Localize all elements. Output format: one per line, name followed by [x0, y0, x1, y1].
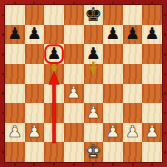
- square-a6[interactable]: [5, 44, 25, 64]
- square-e5[interactable]: [84, 64, 104, 84]
- square-h7[interactable]: ♟: [142, 25, 162, 45]
- piece-black-pawn[interactable]: ♟: [106, 26, 121, 43]
- square-g5[interactable]: [123, 64, 143, 84]
- square-d4[interactable]: ♟: [64, 84, 84, 104]
- frame-tick-bottom-3: [73, 163, 75, 166]
- square-d7[interactable]: [64, 25, 84, 45]
- frame-tick-top-3: [73, 2, 75, 5]
- square-g8[interactable]: [123, 5, 143, 25]
- square-d1[interactable]: [64, 142, 84, 162]
- square-b8[interactable]: [25, 5, 45, 25]
- piece-white-pawn[interactable]: ♟: [7, 124, 22, 141]
- frame-tick-bottom-7: [151, 163, 153, 166]
- square-e4[interactable]: [84, 84, 104, 104]
- square-b3[interactable]: [25, 103, 45, 123]
- frame-tick-bottom-6: [132, 163, 134, 166]
- frame-tick-right-2: [164, 53, 166, 56]
- square-d5[interactable]: [64, 64, 84, 84]
- square-f7[interactable]: ♟: [103, 25, 123, 45]
- square-g3[interactable]: [123, 103, 143, 123]
- square-h4[interactable]: [142, 84, 162, 104]
- square-a8[interactable]: [5, 5, 25, 25]
- square-f2[interactable]: ♟: [103, 123, 123, 143]
- square-g1[interactable]: [123, 142, 143, 162]
- square-e7[interactable]: [84, 25, 104, 45]
- square-c5[interactable]: [44, 64, 64, 84]
- frame-tick-bottom-2: [53, 163, 55, 166]
- frame-tick-top-7: [151, 2, 153, 5]
- square-h1[interactable]: [142, 142, 162, 162]
- square-g6[interactable]: [123, 44, 143, 64]
- piece-white-pawn[interactable]: ♟: [66, 85, 81, 102]
- piece-black-pawn[interactable]: ♟: [145, 26, 160, 43]
- piece-white-pawn[interactable]: ♟: [106, 124, 121, 141]
- frame-tick-top-2: [53, 2, 55, 5]
- square-g4[interactable]: [123, 84, 143, 104]
- frame-tick-left-3: [2, 73, 4, 76]
- square-a1[interactable]: [5, 142, 25, 162]
- chess-board: ♚♟♟♟♟♟♟♟♟♟♟♟♟♟♟♚: [5, 5, 162, 162]
- square-b4[interactable]: [25, 84, 45, 104]
- square-e1[interactable]: ♚: [84, 142, 104, 162]
- frame-tick-bottom-1: [33, 163, 35, 166]
- frame-tick-right-4: [164, 92, 166, 95]
- frame-tick-left-6: [2, 132, 4, 135]
- piece-white-pawn[interactable]: ♟: [125, 124, 140, 141]
- square-a2[interactable]: ♟: [5, 123, 25, 143]
- square-d8[interactable]: [64, 5, 84, 25]
- frame-tick-right-7: [164, 151, 166, 154]
- chess-diagram: ♚♟♟♟♟♟♟♟♟♟♟♟♟♟♟♚: [0, 0, 167, 167]
- square-a4[interactable]: [5, 84, 25, 104]
- piece-white-king[interactable]: ♚: [85, 142, 102, 162]
- piece-black-pawn[interactable]: ♟: [7, 26, 22, 43]
- frame-tick-left-1: [2, 33, 4, 36]
- square-c3[interactable]: [44, 103, 64, 123]
- frame-tick-top-1: [33, 2, 35, 5]
- frame-tick-right-3: [164, 73, 166, 76]
- frame-tick-top-5: [112, 2, 114, 5]
- square-h8[interactable]: [142, 5, 162, 25]
- frame-tick-bottom-5: [112, 163, 114, 166]
- piece-black-king[interactable]: ♚: [85, 5, 102, 25]
- square-h3[interactable]: [142, 103, 162, 123]
- frame-tick-bottom-4: [92, 163, 94, 166]
- square-f6[interactable]: [103, 44, 123, 64]
- square-b2[interactable]: ♟: [25, 123, 45, 143]
- square-b5[interactable]: [25, 64, 45, 84]
- square-h5[interactable]: [142, 64, 162, 84]
- piece-white-pawn[interactable]: ♟: [27, 124, 42, 141]
- frame-tick-left-2: [2, 53, 4, 56]
- square-b7[interactable]: ♟: [25, 25, 45, 45]
- piece-white-pawn[interactable]: ♟: [145, 124, 160, 141]
- frame-tick-right-5: [164, 112, 166, 115]
- frame-tick-left-5: [2, 112, 4, 115]
- square-b6[interactable]: [25, 44, 45, 64]
- piece-black-pawn[interactable]: ♟: [86, 45, 101, 62]
- piece-black-pawn[interactable]: ♟: [47, 45, 62, 62]
- frame-tick-left-0: [2, 14, 4, 17]
- square-a7[interactable]: ♟: [5, 25, 25, 45]
- piece-black-pawn[interactable]: ♟: [27, 26, 42, 43]
- frame-tick-left-4: [2, 92, 4, 95]
- square-d6[interactable]: [64, 44, 84, 64]
- square-a5[interactable]: [5, 64, 25, 84]
- square-c2[interactable]: [44, 123, 64, 143]
- square-b1[interactable]: [25, 142, 45, 162]
- square-g2[interactable]: ♟: [123, 123, 143, 143]
- square-f4[interactable]: [103, 84, 123, 104]
- piece-white-pawn[interactable]: ♟: [86, 104, 101, 121]
- frame-tick-right-1: [164, 33, 166, 36]
- square-d3[interactable]: [64, 103, 84, 123]
- frame-tick-right-0: [164, 14, 166, 17]
- square-d2[interactable]: [64, 123, 84, 143]
- frame-tick-right-6: [164, 132, 166, 135]
- frame-tick-top-0: [14, 2, 16, 5]
- square-c7[interactable]: [44, 25, 64, 45]
- square-e3[interactable]: ♟: [84, 103, 104, 123]
- square-c4[interactable]: [44, 84, 64, 104]
- square-c8[interactable]: [44, 5, 64, 25]
- square-f5[interactable]: [103, 64, 123, 84]
- frame-tick-left-7: [2, 151, 4, 154]
- piece-black-pawn[interactable]: ♟: [125, 26, 140, 43]
- square-c6[interactable]: ♟: [44, 44, 64, 64]
- square-f3[interactable]: [103, 103, 123, 123]
- square-e8[interactable]: ♚: [84, 5, 104, 25]
- square-h2[interactable]: ♟: [142, 123, 162, 143]
- square-f8[interactable]: [103, 5, 123, 25]
- square-e6[interactable]: ♟: [84, 44, 104, 64]
- square-c1[interactable]: [44, 142, 64, 162]
- square-g7[interactable]: ♟: [123, 25, 143, 45]
- square-a3[interactable]: [5, 103, 25, 123]
- frame-tick-top-6: [132, 2, 134, 5]
- square-h6[interactable]: [142, 44, 162, 64]
- square-f1[interactable]: [103, 142, 123, 162]
- frame-tick-bottom-0: [14, 163, 16, 166]
